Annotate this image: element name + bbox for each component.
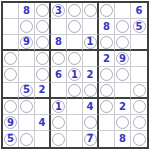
sudoku-cell-r2c0[interactable] [3,35,19,51]
odd-circle [133,100,146,113]
sudoku-cell-r7c2: 4 [35,115,51,131]
sudoku-cell-r6c6[interactable] [99,99,115,115]
sudoku-cell-r4c2[interactable] [35,67,51,83]
odd-circle [133,84,146,97]
sudoku-cell-r3c6: 2 [99,51,115,67]
sudoku-cell-r1c5[interactable] [83,19,99,35]
sudoku-cell-r8c5: 7 [83,131,99,147]
given-even-digit: 4 [39,118,46,128]
odd-circle [84,4,97,17]
sudoku-cell-r5c3[interactable] [51,83,67,99]
sudoku-cell-r0c5[interactable] [83,3,99,19]
sudoku-cell-r3c5[interactable] [83,51,99,67]
sudoku-cell-r5c8[interactable] [131,83,147,99]
sudoku-cell-r6c7: 2 [115,99,131,115]
odd-circle: 7 [84,133,97,146]
sudoku-cell-r1c4[interactable] [67,19,83,35]
odd-circle [84,84,97,97]
sudoku-cell-r1c6: 8 [99,19,115,35]
given-even-digit: 2 [87,70,94,80]
sudoku-cell-r2c8[interactable] [131,35,147,51]
odd-circle [116,116,129,129]
sudoku-cell-r2c1: 9 [19,35,35,51]
sudoku-cell-r8c8[interactable] [131,131,147,147]
sudoku-cell-r6c0[interactable] [3,99,19,115]
odd-circle: 5 [133,20,146,33]
sudoku-cell-r0c8: 6 [131,3,147,19]
odd-circle [68,20,81,33]
odd-circle: 5 [20,84,33,97]
odd-circle [52,133,65,146]
sudoku-cell-r8c3[interactable] [51,131,67,147]
odd-circle [52,116,65,129]
sudoku-cell-r1c7[interactable] [115,19,131,35]
sudoku-cell-r8c0: 5 [3,131,19,147]
sudoku-cell-r0c2[interactable] [35,3,51,19]
sudoku-cell-r0c3: 3 [51,3,67,19]
given-odd-digit: 9 [7,118,14,128]
odd-circle [36,4,49,17]
odd-circle [100,4,113,17]
sudoku-cell-r8c6[interactable] [99,131,115,147]
sudoku-cell-r7c7[interactable] [115,115,131,131]
odd-circle: 1 [84,36,97,49]
odd-circle [4,100,17,113]
odd-circle [4,68,17,81]
given-even-digit: 2 [39,85,46,95]
sudoku-cell-r8c2[interactable] [35,131,51,147]
sudoku-cell-r7c5[interactable] [83,115,99,131]
sudoku-cell-r5c4[interactable] [67,83,83,99]
sudoku-cell-r3c7: 9 [115,51,131,67]
odd-circle: 1 [52,100,65,113]
given-odd-digit: 9 [119,54,126,64]
sudoku-cell-r5c6[interactable] [99,83,115,99]
given-even-digit: 8 [23,6,30,16]
odd-circle [100,68,113,81]
given-even-digit: 2 [103,54,110,64]
sudoku-cell-r8c4[interactable] [67,131,83,147]
given-odd-digit: 5 [136,22,143,32]
sudoku-cell-r6c8[interactable] [131,99,147,115]
odd-circle: 1 [68,68,81,81]
sudoku-cell-r4c8[interactable] [131,67,147,83]
sudoku-cell-r6c2[interactable] [35,99,51,115]
sudoku-cell-r6c1[interactable] [19,99,35,115]
odd-circle [100,84,113,97]
sudoku-cell-r0c4[interactable] [67,3,83,19]
sudoku-cell-r0c0[interactable] [3,3,19,19]
sudoku-cell-r3c0[interactable] [3,51,19,67]
odd-circle [116,20,129,33]
sudoku-cell-r2c3: 8 [51,35,67,51]
given-even-digit: 2 [119,102,126,112]
odd-circle [100,36,113,49]
sudoku-cell-r5c5[interactable] [83,83,99,99]
odd-circle [20,20,33,33]
sudoku-cell-r7c6[interactable] [99,115,115,131]
sudoku-cell-r1c3[interactable] [51,19,67,35]
sudoku-cell-r0c7[interactable] [115,3,131,19]
given-odd-digit: 1 [55,102,62,112]
odd-circle [68,4,81,17]
given-odd-digit: 9 [23,37,30,47]
odd-circle [36,36,49,49]
odd-circle [133,133,146,146]
given-even-digit: 6 [136,6,143,16]
odd-circle [36,68,49,81]
sudoku-cell-r7c0: 9 [3,115,19,131]
odd-circle: 9 [20,36,33,49]
sudoku-cell-r7c4[interactable] [67,115,83,131]
given-even-digit: 8 [55,37,62,47]
given-even-digit: 4 [87,102,94,112]
sudoku-cell-r4c5: 2 [83,67,99,83]
sudoku-cell-r5c0[interactable] [3,83,19,99]
given-odd-digit: 3 [55,6,62,16]
odd-circle [84,116,97,129]
odd-circle [36,52,49,65]
odd-circle [20,133,33,146]
odd-circle [36,20,49,33]
given-even-digit: 8 [119,134,126,144]
odd-circle [116,68,129,81]
sudoku-cell-r1c2[interactable] [35,19,51,35]
sudoku-cell-r5c1: 5 [19,83,35,99]
sudoku-cell-r2c5: 1 [83,35,99,51]
given-odd-digit: 5 [7,134,14,144]
sudoku-cell-r4c7[interactable] [115,67,131,83]
sudoku-cell-r4c4: 1 [67,67,83,83]
sudoku-cell-r3c4[interactable] [67,51,83,67]
sudoku-cell-r0c1: 8 [19,3,35,19]
odd-circle: 9 [116,52,129,65]
sudoku-cell-r0c6[interactable] [99,3,115,19]
sudoku-cell-r1c8: 5 [131,19,147,35]
odd-circle [116,36,129,49]
sudoku-cell-r2c7[interactable] [115,35,131,51]
sudoku-cell-r1c1[interactable] [19,19,35,35]
sudoku-cell-r5c7[interactable] [115,83,131,99]
odd-circle [68,52,81,65]
sudoku-cell-r4c0[interactable] [3,67,19,83]
sudoku-cell-r8c1[interactable] [19,131,35,147]
sudoku-cell-r6c5: 4 [83,99,99,115]
sudoku-cell-r4c1[interactable] [19,67,35,83]
sudoku-cell-r4c3: 6 [51,67,67,83]
sudoku-cell-r3c3[interactable] [51,51,67,67]
odd-circle [68,84,81,97]
given-odd-digit: 1 [71,70,78,80]
sudoku-cell-r2c4[interactable] [67,35,83,51]
sudoku-cell-r7c1[interactable] [19,115,35,131]
odd-circle: 9 [4,116,17,129]
sudoku-cell-r6c3: 1 [51,99,67,115]
given-even-digit: 8 [103,22,110,32]
sudoku-cell-r3c8[interactable] [131,51,147,67]
sudoku-cell-r3c2[interactable] [35,51,51,67]
odd-circle [133,116,146,129]
sudoku-cell-r3c1[interactable] [19,51,35,67]
odd-circle [100,100,113,113]
sudoku-cell-r5c2: 2 [35,83,51,99]
sudoku-cell-r6c4[interactable] [67,99,83,115]
odd-circle: 5 [4,133,17,146]
odd-circle [20,100,33,113]
given-odd-digit: 5 [23,85,30,95]
sudoku-cell-r2c6[interactable] [99,35,115,51]
sudoku-cell-r7c8[interactable] [131,115,147,131]
odd-circle: 3 [52,4,65,17]
sudoku-cell-r7c3[interactable] [51,115,67,131]
sudoku-board: 83685981296125214294578 [1,1,149,149]
sudoku-cell-r4c6[interactable] [99,67,115,83]
sudoku-cell-r8c7: 8 [115,131,131,147]
odd-circle [52,52,65,65]
given-even-digit: 6 [55,70,62,80]
given-odd-digit: 7 [87,134,94,144]
odd-circle [4,52,17,65]
given-odd-digit: 1 [87,37,94,47]
sudoku-cell-r2c2[interactable] [35,35,51,51]
sudoku-cell-r1c0[interactable] [3,19,19,35]
